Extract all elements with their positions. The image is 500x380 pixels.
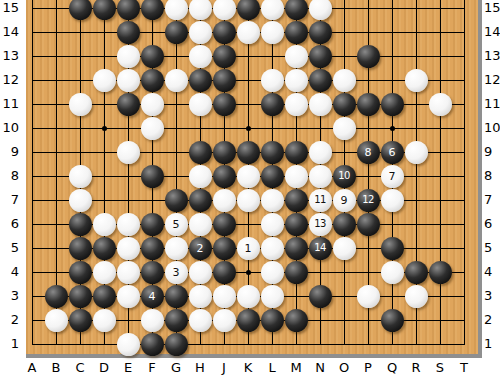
grid-line-row-1 xyxy=(32,344,465,345)
stone-white-G4[interactable]: 3 xyxy=(165,261,188,284)
stone-white-E4[interactable] xyxy=(117,261,140,284)
stone-black-H5[interactable]: 2 xyxy=(189,237,212,260)
col-label-Q: Q xyxy=(380,360,404,376)
stone-white-N11[interactable] xyxy=(309,93,332,116)
col-label-F: F xyxy=(140,360,164,376)
stone-black-K15[interactable] xyxy=(237,0,260,20)
col-label-K: K xyxy=(236,360,260,376)
stone-black-M5[interactable] xyxy=(285,237,308,260)
row-label-right-8: 8 xyxy=(484,168,500,184)
stone-black-F1[interactable] xyxy=(141,333,164,356)
move-number-5: 5 xyxy=(173,219,180,230)
stone-white-J15[interactable] xyxy=(213,0,236,20)
row-label-left-3: 3 xyxy=(0,288,19,304)
stone-black-P13[interactable] xyxy=(357,45,380,68)
row-label-left-4: 4 xyxy=(0,264,19,280)
stone-black-L2[interactable] xyxy=(261,309,284,332)
col-label-M: M xyxy=(284,360,308,376)
stone-white-L3[interactable] xyxy=(261,285,284,308)
stone-white-D12[interactable] xyxy=(93,69,116,92)
row-label-right-4: 4 xyxy=(484,264,500,280)
stone-white-L4[interactable] xyxy=(261,261,284,284)
stone-white-L12[interactable] xyxy=(261,69,284,92)
col-label-A: A xyxy=(20,360,44,376)
move-number-9: 9 xyxy=(341,195,348,206)
stone-white-J3[interactable] xyxy=(213,285,236,308)
stone-white-N15[interactable] xyxy=(309,0,332,20)
row-label-left-15: 15 xyxy=(0,0,19,16)
stone-white-S11[interactable] xyxy=(429,93,452,116)
stone-black-M4[interactable] xyxy=(285,261,308,284)
stone-black-M6[interactable] xyxy=(285,213,308,236)
row-label-right-11: 11 xyxy=(484,96,500,112)
row-label-left-10: 10 xyxy=(0,120,19,136)
stone-white-R12[interactable] xyxy=(405,69,428,92)
stone-white-L7[interactable] xyxy=(261,189,284,212)
stone-black-J9[interactable] xyxy=(213,141,236,164)
stone-black-K9[interactable] xyxy=(237,141,260,164)
move-number-13: 13 xyxy=(314,219,326,229)
star-point-Q10 xyxy=(390,126,395,131)
stone-white-B2[interactable] xyxy=(45,309,68,332)
stone-black-H7[interactable] xyxy=(189,189,212,212)
stone-black-M15[interactable] xyxy=(285,0,308,20)
move-number-11: 11 xyxy=(314,195,326,205)
stone-white-E12[interactable] xyxy=(117,69,140,92)
stone-black-P9[interactable]: 8 xyxy=(357,141,380,164)
row-label-right-10: 10 xyxy=(484,120,500,136)
row-label-left-9: 9 xyxy=(0,144,19,160)
stone-white-L15[interactable] xyxy=(261,0,284,20)
stone-black-L9[interactable] xyxy=(261,141,284,164)
stone-black-K2[interactable] xyxy=(237,309,260,332)
stone-black-F8[interactable] xyxy=(141,165,164,188)
row-label-left-12: 12 xyxy=(0,72,19,88)
stone-black-N13[interactable] xyxy=(309,45,332,68)
stone-black-C4[interactable] xyxy=(69,261,92,284)
row-label-right-5: 5 xyxy=(484,240,500,256)
row-label-right-12: 12 xyxy=(484,72,500,88)
stone-white-D6[interactable] xyxy=(93,213,116,236)
stone-black-J8[interactable] xyxy=(213,165,236,188)
stone-white-G15[interactable] xyxy=(165,0,188,20)
stone-black-E14[interactable] xyxy=(117,21,140,44)
stone-white-M8[interactable] xyxy=(285,165,308,188)
stone-black-H9[interactable] xyxy=(189,141,212,164)
stone-black-N5[interactable]: 14 xyxy=(309,237,332,260)
col-label-E: E xyxy=(116,360,140,376)
stone-black-J12[interactable] xyxy=(213,69,236,92)
stone-black-M2[interactable] xyxy=(285,309,308,332)
move-number-10: 10 xyxy=(338,171,350,181)
row-label-right-2: 2 xyxy=(484,312,500,328)
col-label-B: B xyxy=(44,360,68,376)
row-label-right-3: 3 xyxy=(484,288,500,304)
stone-black-M9[interactable] xyxy=(285,141,308,164)
stone-black-J14[interactable] xyxy=(213,21,236,44)
move-number-8: 8 xyxy=(365,147,372,158)
stone-white-K8[interactable] xyxy=(237,165,260,188)
stone-white-G12[interactable] xyxy=(165,69,188,92)
stone-black-L8[interactable] xyxy=(261,165,284,188)
stone-white-E13[interactable] xyxy=(117,45,140,68)
stone-black-E15[interactable] xyxy=(117,0,140,20)
stone-black-P7[interactable]: 12 xyxy=(357,189,380,212)
stone-black-C2[interactable] xyxy=(69,309,92,332)
stone-white-N9[interactable] xyxy=(309,141,332,164)
row-label-left-14: 14 xyxy=(0,24,19,40)
col-label-J: J xyxy=(212,360,236,376)
stone-white-F2[interactable] xyxy=(141,309,164,332)
row-label-left-11: 11 xyxy=(0,96,19,112)
stone-white-L5[interactable] xyxy=(261,237,284,260)
move-number-2: 2 xyxy=(197,243,204,254)
stone-black-F3[interactable]: 4 xyxy=(141,285,164,308)
stone-white-E9[interactable] xyxy=(117,141,140,164)
stone-white-R3[interactable] xyxy=(405,285,428,308)
row-label-right-14: 14 xyxy=(484,24,500,40)
stone-black-L11[interactable] xyxy=(261,93,284,116)
stone-white-O5[interactable] xyxy=(333,237,356,260)
stone-black-G14[interactable] xyxy=(165,21,188,44)
stone-white-Q8[interactable]: 7 xyxy=(381,165,404,188)
row-label-right-6: 6 xyxy=(484,216,500,232)
stone-white-C11[interactable] xyxy=(69,93,92,116)
stone-white-M12[interactable] xyxy=(285,69,308,92)
stone-black-C5[interactable] xyxy=(69,237,92,260)
stone-white-J2[interactable] xyxy=(213,309,236,332)
stone-black-F4[interactable] xyxy=(141,261,164,284)
stone-white-E6[interactable] xyxy=(117,213,140,236)
stone-white-H8[interactable] xyxy=(189,165,212,188)
row-label-left-8: 8 xyxy=(0,168,19,184)
row-label-left-1: 1 xyxy=(0,336,19,352)
stone-white-P3[interactable] xyxy=(357,285,380,308)
stone-black-C3[interactable] xyxy=(69,285,92,308)
col-label-R: R xyxy=(404,360,428,376)
stone-black-C15[interactable] xyxy=(69,0,92,20)
stone-white-K7[interactable] xyxy=(237,189,260,212)
stone-white-H4[interactable] xyxy=(189,261,212,284)
stone-black-P6[interactable] xyxy=(357,213,380,236)
stone-white-D2[interactable] xyxy=(93,309,116,332)
stone-white-G6[interactable]: 5 xyxy=(165,213,188,236)
col-label-G: G xyxy=(164,360,188,376)
stone-black-D5[interactable] xyxy=(93,237,116,260)
stone-black-N14[interactable] xyxy=(309,21,332,44)
stone-white-H15[interactable] xyxy=(189,0,212,20)
col-label-D: D xyxy=(92,360,116,376)
stone-white-O7[interactable]: 9 xyxy=(333,189,356,212)
stone-white-C7[interactable] xyxy=(69,189,92,212)
stone-black-D3[interactable] xyxy=(93,285,116,308)
stone-black-M7[interactable] xyxy=(285,189,308,212)
stone-black-G3[interactable] xyxy=(165,285,188,308)
grid-line-col-S xyxy=(440,0,441,345)
stone-white-K3[interactable] xyxy=(237,285,260,308)
stone-white-J7[interactable] xyxy=(213,189,236,212)
move-number-14: 14 xyxy=(314,243,326,253)
stone-white-O12[interactable] xyxy=(333,69,356,92)
stone-black-C6[interactable] xyxy=(69,213,92,236)
row-label-right-7: 7 xyxy=(484,192,500,208)
stone-white-E1[interactable] xyxy=(117,333,140,356)
stone-white-G5[interactable] xyxy=(165,237,188,260)
stone-black-G7[interactable] xyxy=(165,189,188,212)
stone-black-P11[interactable] xyxy=(357,93,380,116)
grid-line-col-A xyxy=(32,0,33,345)
stone-white-L6[interactable] xyxy=(261,213,284,236)
move-number-6: 6 xyxy=(389,147,396,158)
stone-white-E3[interactable] xyxy=(117,285,140,308)
grid-line-col-T xyxy=(464,0,465,345)
move-number-7: 7 xyxy=(389,171,396,182)
stone-white-F11[interactable] xyxy=(141,93,164,116)
page: { "game": "go", "board": { "grid_cols": … xyxy=(0,0,500,380)
stone-black-O6[interactable] xyxy=(333,213,356,236)
row-label-left-13: 13 xyxy=(0,48,19,64)
move-number-3: 3 xyxy=(173,267,180,278)
stone-black-O11[interactable] xyxy=(333,93,356,116)
star-point-K4 xyxy=(246,270,251,275)
col-label-O: O xyxy=(332,360,356,376)
star-point-D10 xyxy=(102,126,107,131)
stone-black-E11[interactable] xyxy=(117,93,140,116)
row-label-left-2: 2 xyxy=(0,312,19,328)
stone-white-Q4[interactable] xyxy=(381,261,404,284)
grid-line-row-13 xyxy=(32,56,465,57)
stone-white-H6[interactable] xyxy=(189,213,212,236)
stone-black-O8[interactable]: 10 xyxy=(333,165,356,188)
stone-white-E5[interactable] xyxy=(117,237,140,260)
stone-white-N6[interactable]: 13 xyxy=(309,213,332,236)
move-number-12: 12 xyxy=(362,195,374,205)
move-number-1: 1 xyxy=(245,243,252,254)
stone-white-L14[interactable] xyxy=(261,21,284,44)
row-label-left-6: 6 xyxy=(0,216,19,232)
stone-white-H11[interactable] xyxy=(189,93,212,116)
stone-black-J6[interactable] xyxy=(213,213,236,236)
stone-white-M13[interactable] xyxy=(285,45,308,68)
stone-white-Q7[interactable] xyxy=(381,189,404,212)
col-label-N: N xyxy=(308,360,332,376)
stone-black-J13[interactable] xyxy=(213,45,236,68)
stone-black-R4[interactable] xyxy=(405,261,428,284)
stone-white-H14[interactable] xyxy=(189,21,212,44)
stone-black-Q5[interactable] xyxy=(381,237,404,260)
stone-black-D15[interactable] xyxy=(93,0,116,20)
stone-white-K5[interactable]: 1 xyxy=(237,237,260,260)
row-label-right-13: 13 xyxy=(484,48,500,64)
stone-black-M14[interactable] xyxy=(285,21,308,44)
star-point-K10 xyxy=(246,126,251,131)
col-label-H: H xyxy=(188,360,212,376)
stone-black-S4[interactable] xyxy=(429,261,452,284)
stone-black-F5[interactable] xyxy=(141,237,164,260)
stone-black-Q9[interactable]: 6 xyxy=(381,141,404,164)
col-label-C: C xyxy=(68,360,92,376)
stone-white-N8[interactable] xyxy=(309,165,332,188)
stone-black-N3[interactable] xyxy=(309,285,332,308)
stone-white-R9[interactable] xyxy=(405,141,428,164)
stone-black-F15[interactable] xyxy=(141,0,164,20)
stone-black-N12[interactable] xyxy=(309,69,332,92)
row-label-right-9: 9 xyxy=(484,144,500,160)
move-number-4: 4 xyxy=(149,291,156,302)
col-label-T: T xyxy=(452,360,476,376)
stone-black-Q2[interactable] xyxy=(381,309,404,332)
go-board[interactable]: 8610711912513211434 xyxy=(26,0,482,358)
stone-black-F6[interactable] xyxy=(141,213,164,236)
stone-white-H3[interactable] xyxy=(189,285,212,308)
stone-white-O10[interactable] xyxy=(333,117,356,140)
stone-black-F13[interactable] xyxy=(141,45,164,68)
stone-black-G2[interactable] xyxy=(165,309,188,332)
row-label-right-1: 1 xyxy=(484,336,500,352)
col-label-S: S xyxy=(428,360,452,376)
col-label-L: L xyxy=(260,360,284,376)
stone-white-K14[interactable] xyxy=(237,21,260,44)
stone-black-F12[interactable] xyxy=(141,69,164,92)
stone-black-G1[interactable] xyxy=(165,333,188,356)
stone-black-J5[interactable] xyxy=(213,237,236,260)
stone-black-B3[interactable] xyxy=(45,285,68,308)
stone-white-H2[interactable] xyxy=(189,309,212,332)
stone-white-M11[interactable] xyxy=(285,93,308,116)
stone-white-F10[interactable] xyxy=(141,117,164,140)
row-label-left-5: 5 xyxy=(0,240,19,256)
stone-black-J11[interactable] xyxy=(213,93,236,116)
stone-white-C8[interactable] xyxy=(69,165,92,188)
stone-white-H13[interactable] xyxy=(189,45,212,68)
stone-black-Q11[interactable] xyxy=(381,93,404,116)
stone-black-J4[interactable] xyxy=(213,261,236,284)
stone-white-D4[interactable] xyxy=(93,261,116,284)
col-label-P: P xyxy=(356,360,380,376)
stone-white-N7[interactable]: 11 xyxy=(309,189,332,212)
row-label-right-15: 15 xyxy=(484,0,500,16)
stone-black-H12[interactable] xyxy=(189,69,212,92)
row-label-left-7: 7 xyxy=(0,192,19,208)
